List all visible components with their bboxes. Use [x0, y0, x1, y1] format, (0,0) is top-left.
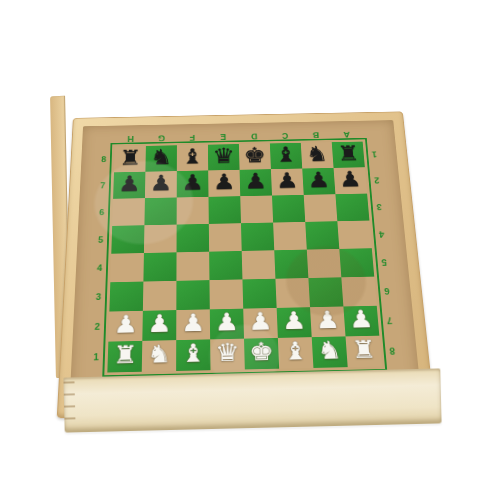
coordinate-label: F — [177, 132, 208, 143]
square-d7[interactable]: ♟ — [208, 170, 240, 197]
square-b8[interactable]: ♞ — [145, 145, 176, 171]
square-b3[interactable] — [143, 281, 177, 311]
white-rook[interactable]: ♜ — [350, 337, 376, 362]
square-g3[interactable] — [308, 277, 343, 307]
black-pawn[interactable]: ♟ — [275, 170, 299, 192]
square-a4[interactable] — [110, 253, 144, 282]
coordinate-label: 4 — [92, 254, 106, 283]
square-e1[interactable]: ♚ — [244, 338, 279, 370]
square-g8[interactable]: ♞ — [301, 142, 334, 168]
rank-labels-left: 87654321 — [89, 147, 111, 373]
white-pawn[interactable]: ♟ — [248, 309, 273, 333]
square-c2[interactable]: ♟ — [176, 309, 210, 340]
square-b6[interactable] — [144, 197, 176, 225]
square-e8[interactable]: ♚ — [239, 143, 271, 169]
square-f2[interactable]: ♟ — [277, 307, 312, 338]
square-c8[interactable]: ♝ — [177, 145, 208, 171]
white-pawn[interactable]: ♟ — [113, 312, 138, 337]
square-h6[interactable] — [335, 194, 369, 222]
black-pawn[interactable]: ♟ — [338, 168, 362, 189]
black-king[interactable]: ♚ — [243, 145, 266, 166]
square-a8[interactable]: ♜ — [114, 146, 146, 172]
square-f8[interactable]: ♝ — [270, 143, 302, 169]
coordinate-label: 7 — [96, 172, 110, 199]
white-pawn[interactable]: ♟ — [215, 310, 240, 334]
board-frame: 87654321 12345678 HGFEDCBA ABCDEFGH ♜♞♝♛… — [107, 142, 382, 373]
coordinate-label: D — [239, 131, 270, 142]
chess-board: ♜♞♝♛♚♝♞♜♟♟♟♟♟♟♟♟♟♟♟♟♟♟♟♟♜♞♝♛♚♝♞♜ — [107, 142, 382, 373]
square-a2[interactable]: ♟ — [108, 311, 142, 342]
coordinate-label: 4 — [374, 220, 389, 248]
square-b7[interactable]: ♟ — [145, 171, 177, 198]
square-a5[interactable] — [111, 225, 144, 253]
square-h4[interactable] — [339, 248, 374, 277]
square-c5[interactable] — [177, 224, 210, 252]
coordinate-label: 3 — [372, 193, 387, 220]
white-king[interactable]: ♚ — [249, 339, 274, 364]
black-queen[interactable]: ♛ — [212, 145, 235, 166]
square-d8[interactable]: ♛ — [208, 144, 240, 170]
square-f5[interactable] — [273, 222, 307, 250]
white-pawn[interactable]: ♟ — [348, 307, 374, 331]
square-a6[interactable] — [112, 198, 145, 226]
coordinate-label: 5 — [376, 248, 392, 277]
black-pawn[interactable]: ♟ — [244, 170, 267, 192]
square-h7[interactable]: ♟ — [334, 167, 368, 194]
square-d2[interactable]: ♟ — [210, 309, 244, 340]
square-d6[interactable] — [208, 196, 240, 224]
board-surface: 87654321 12345678 HGFEDCBA ABCDEFGH ♜♞♝♛… — [69, 120, 421, 407]
white-bishop[interactable]: ♝ — [181, 341, 206, 366]
square-h8[interactable]: ♜ — [332, 142, 365, 168]
coordinate-label: 3 — [91, 282, 105, 312]
square-g1[interactable]: ♞ — [312, 336, 348, 368]
square-e4[interactable] — [242, 250, 276, 279]
black-pawn[interactable]: ♟ — [181, 172, 204, 194]
square-d4[interactable] — [209, 251, 242, 280]
coordinate-label: C — [269, 131, 300, 142]
square-c7[interactable]: ♟ — [177, 170, 209, 197]
black-pawn[interactable]: ♟ — [307, 169, 331, 191]
coordinate-label: A — [331, 129, 363, 140]
square-f3[interactable] — [275, 278, 310, 308]
black-knight[interactable]: ♞ — [305, 143, 329, 164]
square-d1[interactable]: ♛ — [210, 339, 245, 371]
black-pawn[interactable]: ♟ — [149, 172, 172, 194]
square-b2[interactable]: ♟ — [142, 310, 176, 341]
coordinate-label: E — [208, 132, 239, 143]
square-a3[interactable] — [109, 282, 143, 312]
black-bishop[interactable]: ♝ — [181, 146, 203, 167]
square-a7[interactable]: ♟ — [113, 172, 145, 199]
square-h3[interactable] — [341, 277, 376, 307]
coordinate-label: H — [115, 134, 146, 145]
black-bishop[interactable]: ♝ — [274, 144, 297, 165]
white-queen[interactable]: ♛ — [215, 340, 240, 365]
square-e2[interactable]: ♟ — [243, 308, 278, 339]
black-rook[interactable]: ♜ — [119, 147, 142, 168]
square-h1[interactable]: ♜ — [346, 336, 382, 367]
white-pawn[interactable]: ♟ — [181, 311, 205, 336]
coordinate-label: 2 — [90, 312, 105, 342]
square-h2[interactable]: ♟ — [343, 306, 379, 337]
coordinate-label: 1 — [89, 342, 104, 373]
coordinate-label: B — [300, 130, 331, 141]
coordinate-label: G — [146, 133, 177, 144]
square-d3[interactable] — [209, 279, 243, 309]
square-c6[interactable] — [177, 197, 209, 225]
square-f1[interactable]: ♝ — [278, 337, 314, 369]
square-g6[interactable] — [304, 194, 338, 222]
white-rook[interactable]: ♜ — [112, 342, 137, 367]
coordinate-label: 6 — [379, 276, 395, 305]
coordinate-label: 6 — [95, 199, 109, 226]
coordinate-label: 1 — [367, 141, 382, 167]
square-a1[interactable]: ♜ — [107, 341, 142, 373]
black-pawn[interactable]: ♟ — [213, 171, 236, 193]
square-e6[interactable] — [240, 196, 273, 224]
square-e5[interactable] — [241, 223, 274, 251]
white-pawn[interactable]: ♟ — [315, 308, 341, 332]
coordinate-label: 5 — [94, 226, 108, 254]
square-e3[interactable] — [242, 279, 276, 309]
coordinate-label: 8 — [384, 335, 400, 366]
square-g4[interactable] — [307, 249, 342, 278]
square-c3[interactable] — [176, 280, 209, 310]
square-b4[interactable] — [143, 252, 176, 281]
square-h5[interactable] — [337, 221, 371, 249]
product-photo-scene: 87654321 12345678 HGFEDCBA ABCDEFGH ♜♞♝♛… — [0, 0, 500, 500]
square-d5[interactable] — [209, 223, 242, 251]
square-b1[interactable]: ♞ — [142, 340, 176, 372]
coordinate-label: 8 — [97, 147, 110, 173]
coordinate-label: 2 — [369, 167, 384, 194]
black-rook[interactable]: ♜ — [336, 143, 360, 164]
square-f4[interactable] — [274, 250, 308, 279]
square-g7[interactable]: ♟ — [302, 168, 335, 195]
square-e7[interactable]: ♟ — [240, 169, 272, 196]
square-f6[interactable] — [272, 195, 305, 223]
black-knight[interactable]: ♞ — [150, 146, 173, 167]
square-c4[interactable] — [176, 252, 209, 281]
black-pawn[interactable]: ♟ — [118, 173, 141, 195]
white-knight[interactable]: ♞ — [147, 342, 172, 367]
square-c1[interactable]: ♝ — [176, 339, 210, 371]
coordinate-label: 7 — [382, 305, 398, 335]
white-bishop[interactable]: ♝ — [283, 339, 309, 364]
white-pawn[interactable]: ♟ — [281, 309, 306, 333]
square-g2[interactable]: ♟ — [310, 306, 345, 337]
white-pawn[interactable]: ♟ — [147, 311, 171, 336]
square-g5[interactable] — [305, 221, 339, 249]
box-front-panel — [63, 368, 441, 432]
square-b5[interactable] — [144, 225, 177, 253]
square-f7[interactable]: ♟ — [271, 169, 304, 196]
white-knight[interactable]: ♞ — [317, 338, 343, 363]
